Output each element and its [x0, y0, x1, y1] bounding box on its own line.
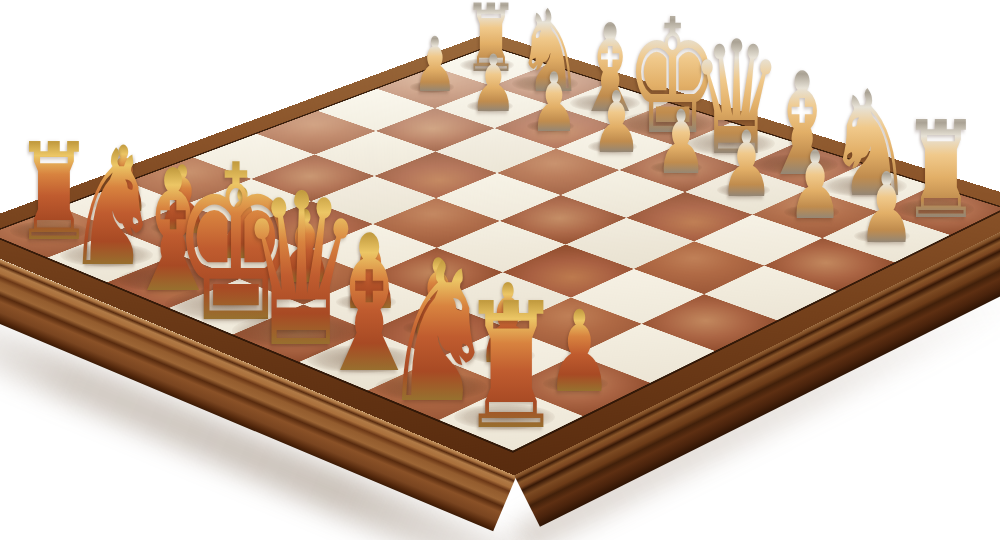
piece-white-pawn-c2[interactable]: ♟: [717, 119, 777, 210]
piece-white-pawn-b2[interactable]: ♟: [784, 139, 846, 233]
chess-set-photo: ♜♟♞♟♝♟♚♟♛♟♝♟♟♞♜♟♟♜♞♟♟♝♟♚♟♛♟♝♟♞♟♜: [0, 0, 1000, 540]
piece-black-rook-a8[interactable]: ♜: [454, 280, 569, 454]
piece-white-pawn-e2[interactable]: ♟: [588, 80, 644, 165]
piece-white-pawn-d2[interactable]: ♟: [651, 99, 709, 187]
piece-white-pawn-f2[interactable]: ♟: [527, 62, 581, 144]
piece-white-pawn-h2[interactable]: ♟: [410, 28, 460, 104]
piece-white-pawn-a2[interactable]: ♟: [854, 160, 918, 257]
pieces-layer: ♜♟♞♟♝♟♚♟♛♟♝♟♟♞♜♟♟♜♞♟♟♝♟♚♟♛♟♝♟♞♟♜: [0, 0, 1000, 540]
piece-white-pawn-g2[interactable]: ♟: [467, 45, 519, 124]
